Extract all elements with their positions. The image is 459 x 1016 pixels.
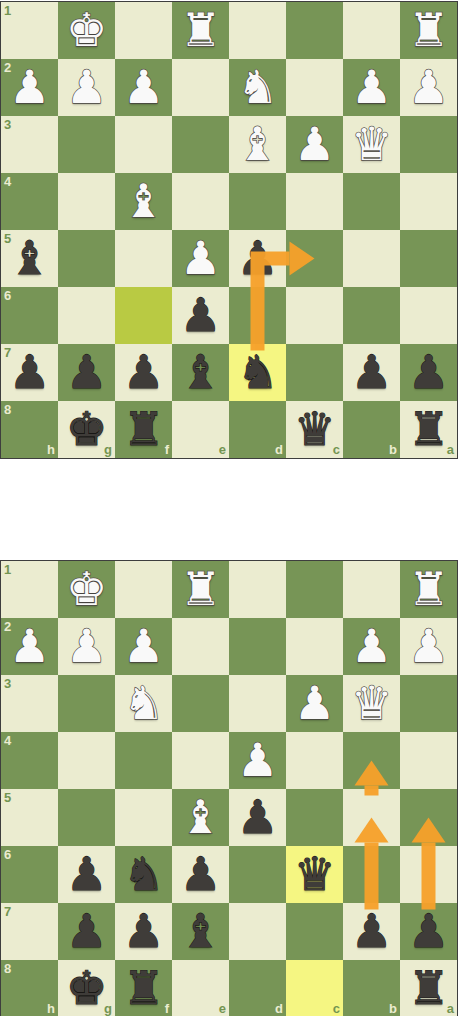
rank-label-1: 1 [4, 4, 11, 17]
white-pawn-h2[interactable]: ♟ [1, 59, 58, 116]
white-pawn-c3[interactable]: ♟ [286, 675, 343, 732]
square-c6[interactable] [286, 287, 343, 344]
square-h8[interactable]: 8h [1, 401, 58, 458]
black-pawn-g6[interactable]: ♟ [58, 846, 115, 903]
file-label-h: h [47, 443, 55, 456]
square-c8[interactable]: c♛ [286, 401, 343, 458]
square-c7[interactable] [286, 344, 343, 401]
white-pawn-a2[interactable]: ♟ [400, 618, 457, 675]
black-rook-f8[interactable]: ♜ [115, 960, 172, 1016]
black-knight-f6[interactable]: ♞ [115, 846, 172, 903]
square-g1[interactable]: ♚ [58, 561, 115, 618]
square-h1[interactable]: 1 [1, 2, 58, 59]
file-label-b: b [389, 1002, 397, 1015]
square-g1[interactable]: ♚ [58, 2, 115, 59]
rank-label-8: 8 [4, 962, 11, 975]
square-d2[interactable] [229, 618, 286, 675]
square-b4[interactable] [343, 732, 400, 789]
black-pawn-h7[interactable]: ♟ [1, 344, 58, 401]
square-d6[interactable] [229, 846, 286, 903]
square-a2[interactable]: ♟ [400, 59, 457, 116]
square-e7[interactable]: ♝ [172, 903, 229, 960]
file-label-c: c [333, 1002, 340, 1015]
square-g2[interactable]: ♟ [58, 618, 115, 675]
square-c2[interactable] [286, 59, 343, 116]
white-knight-f3[interactable]: ♞ [115, 675, 172, 732]
square-g6[interactable]: ♟ [58, 846, 115, 903]
square-d6[interactable] [229, 287, 286, 344]
rank-label-4: 4 [4, 734, 11, 747]
rank-label-8: 8 [4, 403, 11, 416]
square-e2[interactable] [172, 618, 229, 675]
file-label-d: d [275, 443, 283, 456]
white-pawn-c3[interactable]: ♟ [286, 116, 343, 173]
white-rook-a1[interactable]: ♜ [400, 2, 457, 59]
square-b2[interactable]: ♟ [343, 59, 400, 116]
rank-label-3: 3 [4, 118, 11, 131]
square-c6[interactable]: ♛ [286, 846, 343, 903]
square-f2[interactable]: ♟ [115, 59, 172, 116]
square-a3[interactable] [400, 675, 457, 732]
square-b3[interactable]: ♛ [343, 675, 400, 732]
square-f4[interactable] [115, 732, 172, 789]
square-b5[interactable] [343, 230, 400, 287]
square-a8[interactable]: a♜ [400, 960, 457, 1016]
square-c3[interactable]: ♟ [286, 675, 343, 732]
square-h3[interactable]: 3 [1, 116, 58, 173]
black-pawn-b7[interactable]: ♟ [343, 344, 400, 401]
square-g3[interactable] [58, 675, 115, 732]
square-a4[interactable] [400, 173, 457, 230]
white-rook-a1[interactable]: ♜ [400, 561, 457, 618]
board-1-grid: 1♚♜♜2♟♟♟♞♟♟3♝♟♛4♝5♝♟♟6♟7♟♟♟♝♞♟♟8hg♚f♜edc… [1, 2, 457, 458]
black-queen-c6[interactable]: ♛ [286, 846, 343, 903]
square-c3[interactable]: ♟ [286, 116, 343, 173]
square-b7[interactable]: ♟ [343, 344, 400, 401]
square-e1[interactable]: ♜ [172, 2, 229, 59]
square-g6[interactable] [58, 287, 115, 344]
chess-board-top[interactable]: 1♚♜♜2♟♟♟♞♟♟3♝♟♛4♝5♝♟♟6♟7♟♟♟♝♞♟♟8hg♚f♜edc… [0, 1, 458, 459]
square-h5[interactable]: 5 [1, 789, 58, 846]
square-f4[interactable]: ♝ [115, 173, 172, 230]
square-b7[interactable]: ♟ [343, 903, 400, 960]
square-f5[interactable] [115, 230, 172, 287]
square-f3[interactable] [115, 116, 172, 173]
square-b8[interactable]: b [343, 960, 400, 1016]
square-h4[interactable]: 4 [1, 173, 58, 230]
square-h6[interactable]: 6 [1, 287, 58, 344]
rank-label-1: 1 [4, 563, 11, 576]
black-pawn-d5[interactable]: ♟ [229, 230, 286, 287]
square-e3[interactable] [172, 675, 229, 732]
square-d2[interactable]: ♞ [229, 59, 286, 116]
square-c2[interactable] [286, 618, 343, 675]
white-pawn-f2[interactable]: ♟ [115, 59, 172, 116]
square-d7[interactable]: ♞ [229, 344, 286, 401]
file-label-h: h [47, 1002, 55, 1015]
square-g4[interactable] [58, 173, 115, 230]
white-pawn-e5[interactable]: ♟ [172, 230, 229, 287]
black-king-g8[interactable]: ♚ [58, 960, 115, 1016]
square-e6[interactable]: ♟ [172, 287, 229, 344]
square-f8[interactable]: f♜ [115, 960, 172, 1016]
square-c8[interactable]: c [286, 960, 343, 1016]
black-pawn-e6[interactable]: ♟ [172, 287, 229, 344]
black-pawn-a7[interactable]: ♟ [400, 344, 457, 401]
square-c1[interactable] [286, 561, 343, 618]
square-e2[interactable] [172, 59, 229, 116]
white-rook-e1[interactable]: ♜ [172, 2, 229, 59]
square-b5[interactable] [343, 789, 400, 846]
square-e4[interactable] [172, 732, 229, 789]
square-h4[interactable]: 4 [1, 732, 58, 789]
square-d3[interactable]: ♝ [229, 116, 286, 173]
rank-label-6: 6 [4, 289, 11, 302]
rank-label-7: 7 [4, 905, 11, 918]
square-g3[interactable] [58, 116, 115, 173]
square-e5[interactable]: ♟ [172, 230, 229, 287]
square-g7[interactable]: ♟ [58, 344, 115, 401]
white-pawn-g2[interactable]: ♟ [58, 618, 115, 675]
white-pawn-d4[interactable]: ♟ [229, 732, 286, 789]
black-bishop-e7[interactable]: ♝ [172, 903, 229, 960]
square-d1[interactable] [229, 2, 286, 59]
rank-label-4: 4 [4, 175, 11, 188]
square-d3[interactable] [229, 675, 286, 732]
white-pawn-f2[interactable]: ♟ [115, 618, 172, 675]
square-a1[interactable]: ♜ [400, 2, 457, 59]
black-bishop-h5[interactable]: ♝ [1, 230, 58, 287]
square-h3[interactable]: 3 [1, 675, 58, 732]
file-label-e: e [219, 1002, 226, 1015]
square-b1[interactable] [343, 561, 400, 618]
square-g7[interactable]: ♟ [58, 903, 115, 960]
square-d5[interactable]: ♟ [229, 230, 286, 287]
square-c4[interactable] [286, 732, 343, 789]
square-b1[interactable] [343, 2, 400, 59]
square-f6[interactable]: ♞ [115, 846, 172, 903]
square-f7[interactable]: ♟ [115, 903, 172, 960]
square-h7[interactable]: 7 [1, 903, 58, 960]
square-e4[interactable] [172, 173, 229, 230]
square-c5[interactable] [286, 789, 343, 846]
square-e8[interactable]: e [172, 401, 229, 458]
black-pawn-d5[interactable]: ♟ [229, 789, 286, 846]
file-label-d: d [275, 1002, 283, 1015]
rank-label-5: 5 [4, 791, 11, 804]
square-a7[interactable]: ♟ [400, 344, 457, 401]
square-f3[interactable]: ♞ [115, 675, 172, 732]
square-h8[interactable]: 8h [1, 960, 58, 1016]
square-a1[interactable]: ♜ [400, 561, 457, 618]
black-pawn-b7[interactable]: ♟ [343, 903, 400, 960]
square-b6[interactable] [343, 287, 400, 344]
square-c4[interactable] [286, 173, 343, 230]
white-bishop-e5[interactable]: ♝ [172, 789, 229, 846]
black-pawn-f7[interactable]: ♟ [115, 344, 172, 401]
square-d8[interactable]: d [229, 960, 286, 1016]
square-a6[interactable] [400, 287, 457, 344]
white-king-g1[interactable]: ♚ [58, 2, 115, 59]
square-g2[interactable]: ♟ [58, 59, 115, 116]
square-a7[interactable]: ♟ [400, 903, 457, 960]
square-d8[interactable]: d [229, 401, 286, 458]
square-b6[interactable] [343, 846, 400, 903]
white-queen-b3[interactable]: ♛ [343, 116, 400, 173]
square-b4[interactable] [343, 173, 400, 230]
square-f1[interactable] [115, 2, 172, 59]
square-c5[interactable] [286, 230, 343, 287]
square-e1[interactable]: ♜ [172, 561, 229, 618]
square-e5[interactable]: ♝ [172, 789, 229, 846]
board-2-grid: 1♚♜♜2♟♟♟♟♟3♞♟♛4♟5♝♟6♟♞♟♛7♟♟♝♟♟8hg♚f♜edcb… [1, 561, 457, 1016]
black-queen-c8[interactable]: ♛ [286, 401, 343, 458]
white-bishop-d3[interactable]: ♝ [229, 116, 286, 173]
square-e6[interactable]: ♟ [172, 846, 229, 903]
black-rook-f8[interactable]: ♜ [115, 401, 172, 458]
square-h2[interactable]: 2♟ [1, 618, 58, 675]
square-c7[interactable] [286, 903, 343, 960]
square-h5[interactable]: 5♝ [1, 230, 58, 287]
square-e7[interactable]: ♝ [172, 344, 229, 401]
white-rook-e1[interactable]: ♜ [172, 561, 229, 618]
square-f7[interactable]: ♟ [115, 344, 172, 401]
square-g8[interactable]: g♚ [58, 401, 115, 458]
black-rook-a8[interactable]: ♜ [400, 401, 457, 458]
file-label-e: e [219, 443, 226, 456]
black-king-g8[interactable]: ♚ [58, 401, 115, 458]
square-a2[interactable]: ♟ [400, 618, 457, 675]
square-a4[interactable] [400, 732, 457, 789]
rank-label-6: 6 [4, 848, 11, 861]
black-pawn-g7[interactable]: ♟ [58, 903, 115, 960]
square-f2[interactable]: ♟ [115, 618, 172, 675]
black-pawn-a7[interactable]: ♟ [400, 903, 457, 960]
square-h6[interactable]: 6 [1, 846, 58, 903]
square-g5[interactable] [58, 789, 115, 846]
white-pawn-a2[interactable]: ♟ [400, 59, 457, 116]
square-d4[interactable] [229, 173, 286, 230]
square-d1[interactable] [229, 561, 286, 618]
square-b8[interactable]: b [343, 401, 400, 458]
square-f5[interactable] [115, 789, 172, 846]
rank-label-3: 3 [4, 677, 11, 690]
chess-board-bottom[interactable]: 1♚♜♜2♟♟♟♟♟3♞♟♛4♟5♝♟6♟♞♟♛7♟♟♝♟♟8hg♚f♜edcb… [0, 560, 458, 1016]
square-e8[interactable]: e [172, 960, 229, 1016]
black-pawn-e6[interactable]: ♟ [172, 846, 229, 903]
black-bishop-e7[interactable]: ♝ [172, 344, 229, 401]
square-h1[interactable]: 1 [1, 561, 58, 618]
square-e3[interactable] [172, 116, 229, 173]
black-knight-d7[interactable]: ♞ [229, 344, 286, 401]
white-pawn-b2[interactable]: ♟ [343, 618, 400, 675]
square-b3[interactable]: ♛ [343, 116, 400, 173]
square-d7[interactable] [229, 903, 286, 960]
square-b2[interactable]: ♟ [343, 618, 400, 675]
square-a6[interactable] [400, 846, 457, 903]
white-pawn-h2[interactable]: ♟ [1, 618, 58, 675]
white-bishop-f4[interactable]: ♝ [115, 173, 172, 230]
square-f6[interactable] [115, 287, 172, 344]
square-g8[interactable]: g♚ [58, 960, 115, 1016]
black-pawn-g7[interactable]: ♟ [58, 344, 115, 401]
white-knight-d2[interactable]: ♞ [229, 59, 286, 116]
square-c1[interactable] [286, 2, 343, 59]
square-a5[interactable] [400, 789, 457, 846]
white-queen-b3[interactable]: ♛ [343, 675, 400, 732]
square-a3[interactable] [400, 116, 457, 173]
square-d5[interactable]: ♟ [229, 789, 286, 846]
black-rook-a8[interactable]: ♜ [400, 960, 457, 1016]
file-label-b: b [389, 443, 397, 456]
square-f1[interactable] [115, 561, 172, 618]
white-pawn-b2[interactable]: ♟ [343, 59, 400, 116]
square-a5[interactable] [400, 230, 457, 287]
square-d4[interactable]: ♟ [229, 732, 286, 789]
square-a8[interactable]: a♜ [400, 401, 457, 458]
square-f8[interactable]: f♜ [115, 401, 172, 458]
square-h2[interactable]: 2♟ [1, 59, 58, 116]
square-g4[interactable] [58, 732, 115, 789]
white-king-g1[interactable]: ♚ [58, 561, 115, 618]
square-g5[interactable] [58, 230, 115, 287]
square-h7[interactable]: 7♟ [1, 344, 58, 401]
black-pawn-f7[interactable]: ♟ [115, 903, 172, 960]
white-pawn-g2[interactable]: ♟ [58, 59, 115, 116]
